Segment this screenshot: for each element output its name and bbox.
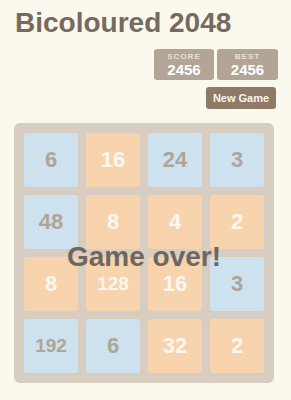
new-game-button[interactable]: New Game: [206, 87, 276, 109]
tile-128-orange: 128: [86, 257, 140, 311]
board-grid[interactable]: 6162434884281281631926322: [14, 123, 274, 383]
tile-2-orange: 2: [210, 195, 264, 249]
score-value: 2456: [167, 61, 200, 78]
tile-48-blue: 48: [24, 195, 78, 249]
tile-8-orange: 8: [86, 195, 140, 249]
tile-24-blue: 24: [148, 133, 202, 187]
best-box: BEST 2456: [217, 49, 278, 80]
tile-8-orange: 8: [24, 257, 78, 311]
tile-6-blue: 6: [86, 319, 140, 373]
tile-32-orange: 32: [148, 319, 202, 373]
best-label: BEST: [235, 52, 260, 61]
score-label: SCORE: [167, 52, 200, 61]
tile-192-blue: 192: [24, 319, 78, 373]
best-value: 2456: [231, 61, 264, 78]
app-window: Bicoloured 2048 SCORE 2456 BEST 2456 New…: [0, 0, 291, 400]
page-title: Bicoloured 2048: [15, 6, 231, 40]
tile-2-orange: 2: [210, 319, 264, 373]
tile-6-blue: 6: [24, 133, 78, 187]
score-box: SCORE 2456: [154, 49, 214, 80]
tile-4-orange: 4: [148, 195, 202, 249]
tile-3-blue: 3: [210, 257, 264, 311]
tile-3-blue: 3: [210, 133, 264, 187]
tile-16-orange: 16: [148, 257, 202, 311]
tile-16-orange: 16: [86, 133, 140, 187]
